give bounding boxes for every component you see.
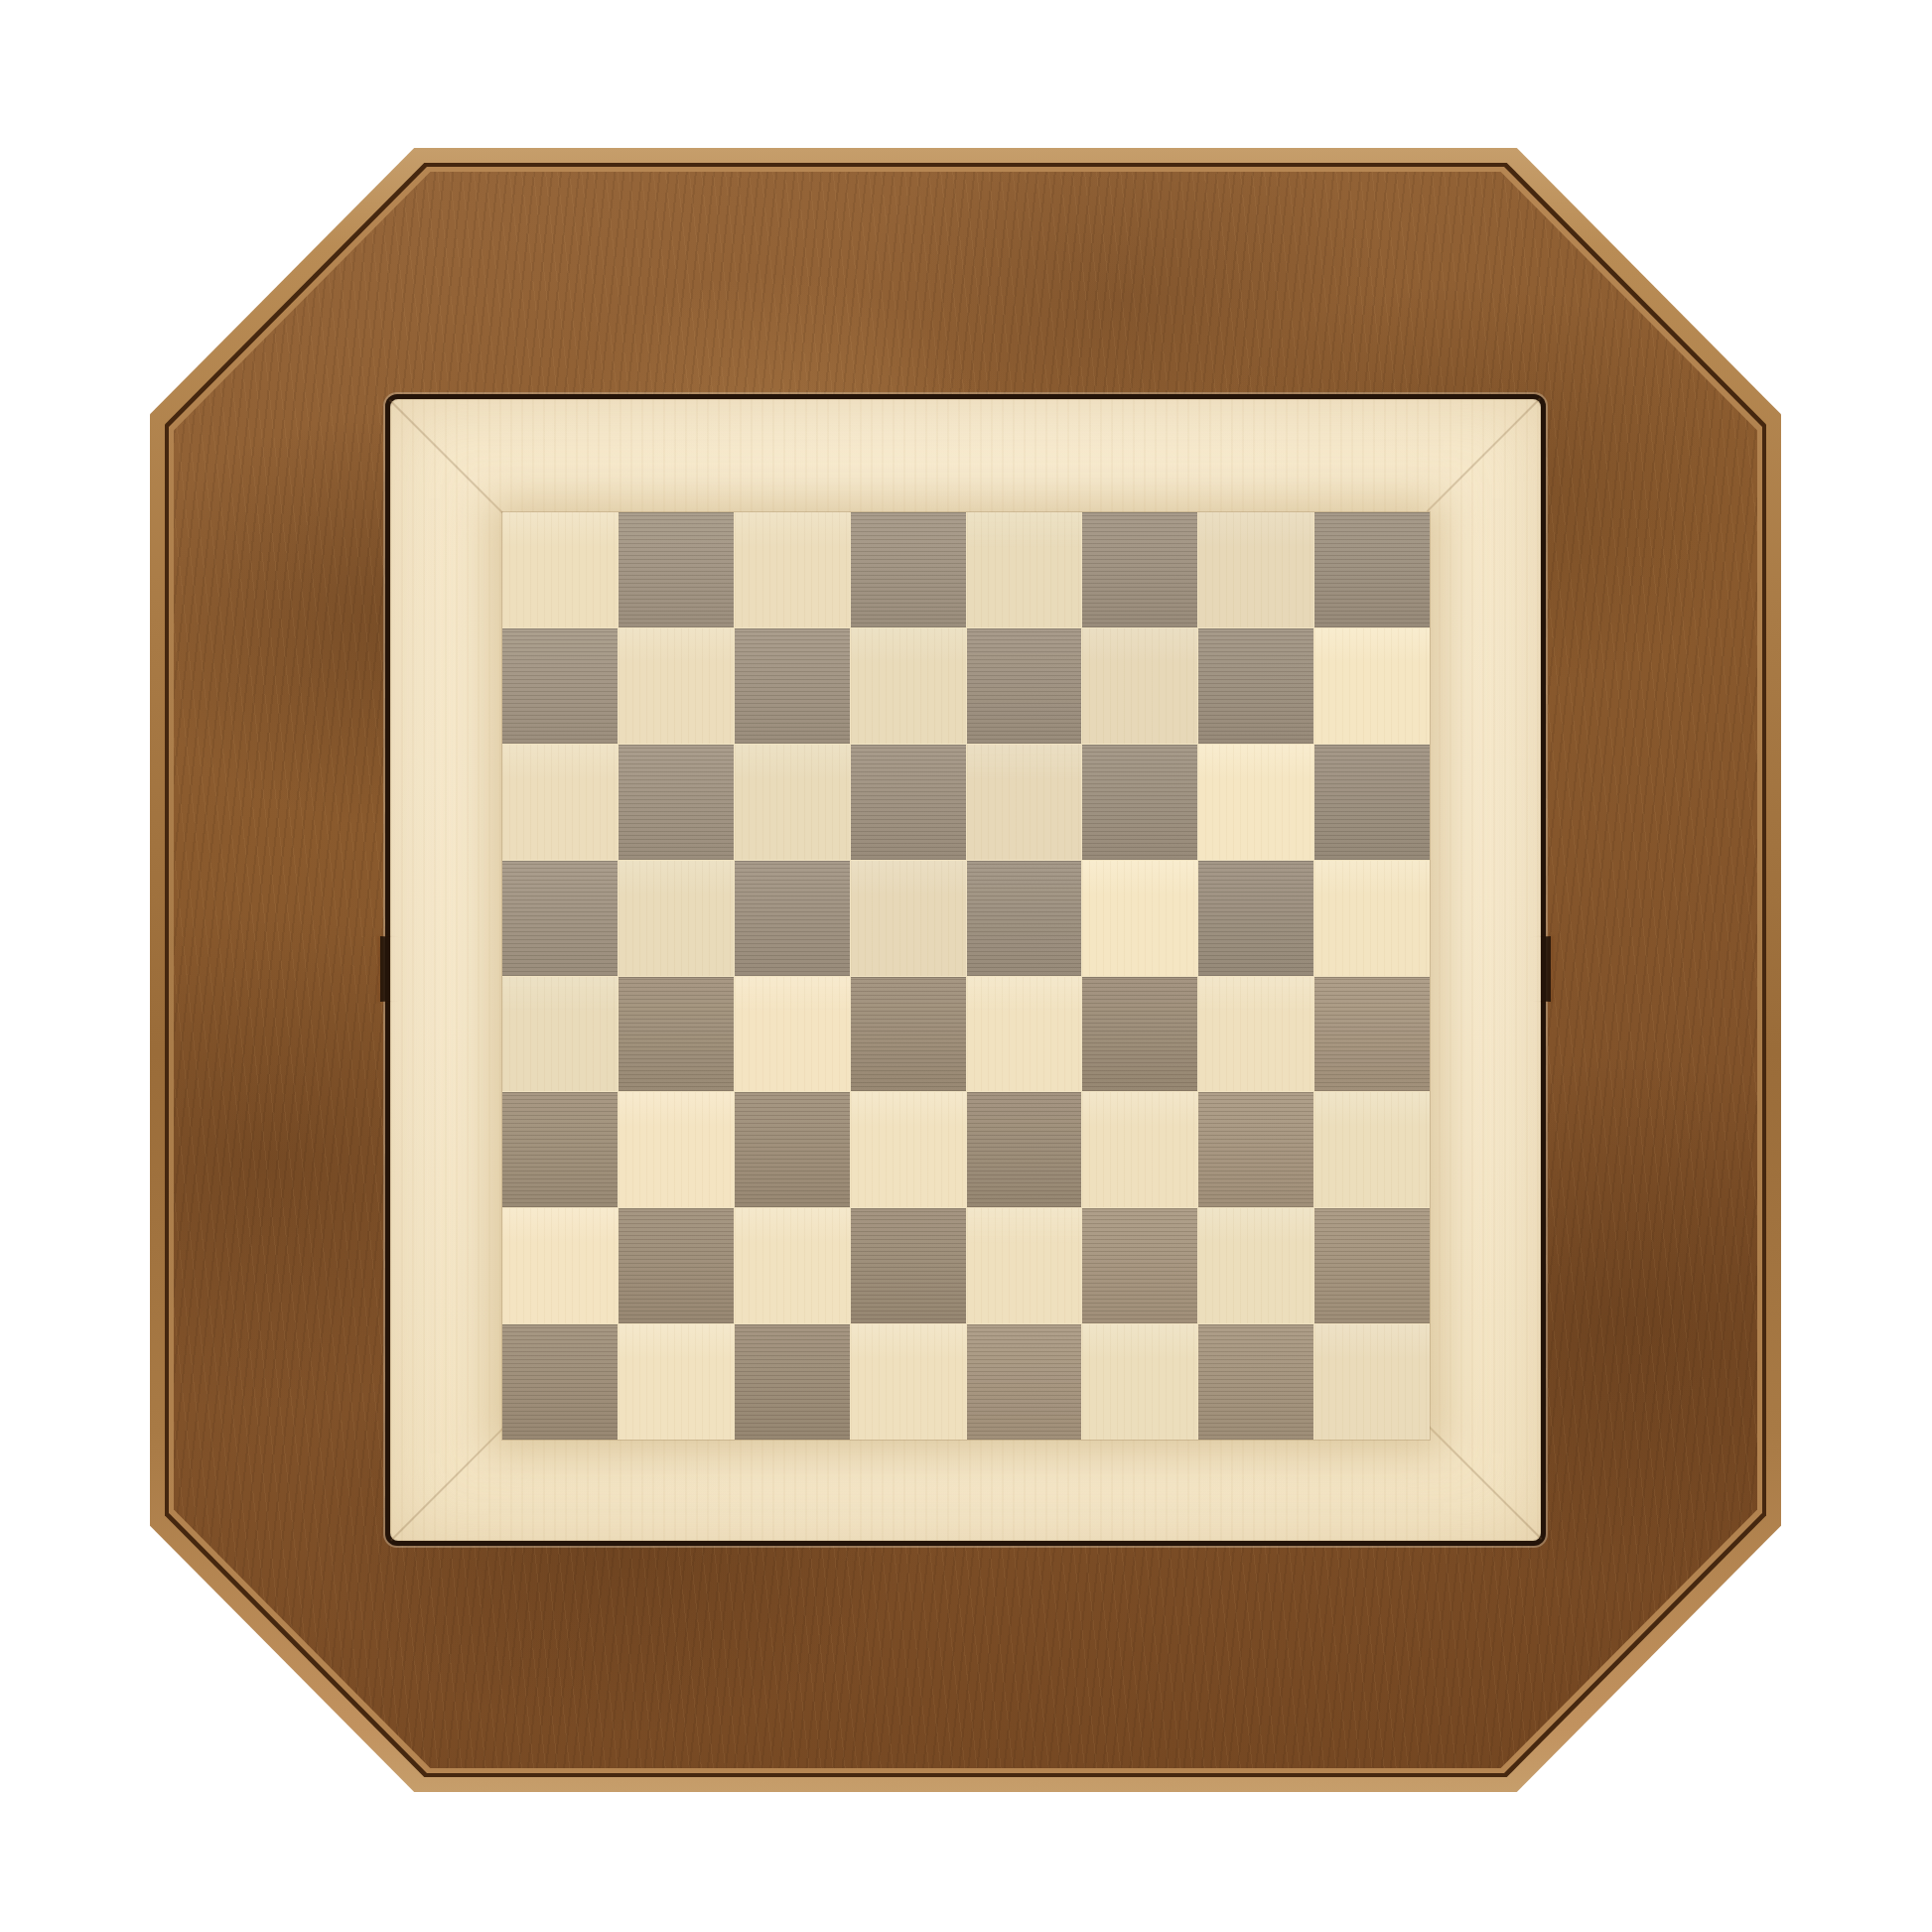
square-f4[interactable] — [1082, 977, 1197, 1092]
square-g6[interactable] — [1198, 745, 1313, 860]
photo-background — [0, 0, 1932, 1932]
square-a6[interactable] — [502, 745, 618, 860]
square-g1[interactable] — [1198, 1324, 1313, 1440]
square-c8[interactable] — [735, 512, 850, 627]
square-d6[interactable] — [851, 745, 966, 860]
square-d4[interactable] — [851, 977, 966, 1092]
square-g4[interactable] — [1198, 977, 1313, 1092]
square-b6[interactable] — [619, 745, 734, 860]
square-a5[interactable] — [502, 861, 618, 976]
square-b7[interactable] — [619, 628, 734, 744]
square-h2[interactable] — [1314, 1208, 1430, 1323]
square-c1[interactable] — [735, 1324, 850, 1440]
square-b3[interactable] — [619, 1092, 734, 1207]
square-c3[interactable] — [735, 1092, 850, 1207]
square-h7[interactable] — [1314, 628, 1430, 744]
square-b1[interactable] — [619, 1324, 734, 1440]
square-g7[interactable] — [1198, 628, 1313, 744]
square-f5[interactable] — [1082, 861, 1197, 976]
square-a2[interactable] — [502, 1208, 618, 1323]
square-h6[interactable] — [1314, 745, 1430, 860]
square-f7[interactable] — [1082, 628, 1197, 744]
square-d8[interactable] — [851, 512, 966, 627]
square-g2[interactable] — [1198, 1208, 1313, 1323]
square-d7[interactable] — [851, 628, 966, 744]
square-f1[interactable] — [1082, 1324, 1197, 1440]
square-a3[interactable] — [502, 1092, 618, 1207]
finger-notch-right[interactable] — [1502, 936, 1545, 1002]
square-e8[interactable] — [967, 512, 1082, 627]
square-b5[interactable] — [619, 861, 734, 976]
square-b2[interactable] — [619, 1208, 734, 1323]
square-e5[interactable] — [967, 861, 1082, 976]
square-c2[interactable] — [735, 1208, 850, 1323]
square-h8[interactable] — [1314, 512, 1430, 627]
square-b8[interactable] — [619, 512, 734, 627]
chess-board — [502, 512, 1430, 1440]
square-e3[interactable] — [967, 1092, 1082, 1207]
square-a8[interactable] — [502, 512, 618, 627]
square-c5[interactable] — [735, 861, 850, 976]
square-e4[interactable] — [967, 977, 1082, 1092]
square-f8[interactable] — [1082, 512, 1197, 627]
square-h3[interactable] — [1314, 1092, 1430, 1207]
square-f3[interactable] — [1082, 1092, 1197, 1207]
square-b4[interactable] — [619, 977, 734, 1092]
square-h5[interactable] — [1314, 861, 1430, 976]
square-d3[interactable] — [851, 1092, 966, 1207]
square-c6[interactable] — [735, 745, 850, 860]
square-e1[interactable] — [967, 1324, 1082, 1440]
square-e7[interactable] — [967, 628, 1082, 744]
square-g5[interactable] — [1198, 861, 1313, 976]
square-h1[interactable] — [1314, 1324, 1430, 1440]
square-g8[interactable] — [1198, 512, 1313, 627]
square-f2[interactable] — [1082, 1208, 1197, 1323]
square-d2[interactable] — [851, 1208, 966, 1323]
square-e2[interactable] — [967, 1208, 1082, 1323]
square-a4[interactable] — [502, 977, 618, 1092]
square-d1[interactable] — [851, 1324, 966, 1440]
square-c7[interactable] — [735, 628, 850, 744]
square-h4[interactable] — [1314, 977, 1430, 1092]
square-d5[interactable] — [851, 861, 966, 976]
square-g3[interactable] — [1198, 1092, 1313, 1207]
square-a1[interactable] — [502, 1324, 618, 1440]
square-e6[interactable] — [967, 745, 1082, 860]
square-a7[interactable] — [502, 628, 618, 744]
square-c4[interactable] — [735, 977, 850, 1092]
square-f6[interactable] — [1082, 745, 1197, 860]
